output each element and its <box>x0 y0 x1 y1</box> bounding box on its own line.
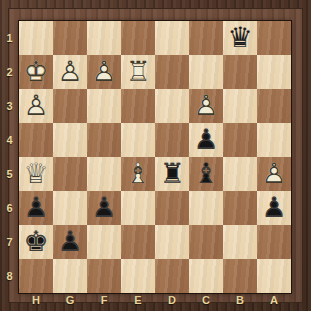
square-d3[interactable] <box>155 89 189 123</box>
piece-glyph-outline: ♗ <box>189 157 223 191</box>
piece-glyph-outline: ♙ <box>257 191 291 225</box>
square-h7[interactable]: ♚♔ <box>19 225 53 259</box>
white-pawn[interactable]: ♟♙ <box>257 157 291 191</box>
black-rook[interactable]: ♜♖ <box>155 157 189 191</box>
square-a5[interactable]: ♟♙ <box>257 157 291 191</box>
square-e8[interactable] <box>121 259 155 293</box>
piece-glyph-outline: ♕ <box>19 157 53 191</box>
square-e6[interactable] <box>121 191 155 225</box>
square-d4[interactable] <box>155 123 189 157</box>
square-e7[interactable] <box>121 225 155 259</box>
square-f5[interactable] <box>87 157 121 191</box>
square-c2[interactable] <box>189 55 223 89</box>
square-f6[interactable]: ♟♙ <box>87 191 121 225</box>
file-label-a: A <box>257 292 291 307</box>
piece-glyph-outline: ♙ <box>189 123 223 157</box>
piece-glyph-outline: ♙ <box>257 157 291 191</box>
rank-label-6: 6 <box>0 191 19 225</box>
square-e5[interactable]: ♝♗ <box>121 157 155 191</box>
square-h3[interactable]: ♟♙ <box>19 89 53 123</box>
square-b5[interactable] <box>223 157 257 191</box>
square-e3[interactable] <box>121 89 155 123</box>
square-a3[interactable] <box>257 89 291 123</box>
black-pawn[interactable]: ♟♙ <box>19 191 53 225</box>
square-g2[interactable]: ♟♙ <box>53 55 87 89</box>
piece-glyph-outline: ♔ <box>19 225 53 259</box>
square-f4[interactable] <box>87 123 121 157</box>
square-a2[interactable] <box>257 55 291 89</box>
square-e1[interactable] <box>121 21 155 55</box>
square-a7[interactable] <box>257 225 291 259</box>
black-queen[interactable]: ♛♕ <box>223 21 257 55</box>
square-g8[interactable] <box>53 259 87 293</box>
square-f8[interactable] <box>87 259 121 293</box>
file-label-d: D <box>155 292 189 307</box>
white-king[interactable]: ♚♔ <box>19 55 53 89</box>
square-d7[interactable] <box>155 225 189 259</box>
file-label-c: C <box>189 292 223 307</box>
rank-label-3: 3 <box>0 89 19 123</box>
square-h1[interactable] <box>19 21 53 55</box>
square-c6[interactable] <box>189 191 223 225</box>
piece-glyph-outline: ♙ <box>53 55 87 89</box>
white-rook[interactable]: ♜♖ <box>121 55 155 89</box>
square-g5[interactable] <box>53 157 87 191</box>
piece-glyph-outline: ♙ <box>53 225 87 259</box>
white-pawn[interactable]: ♟♙ <box>53 55 87 89</box>
rank-label-8: 8 <box>0 259 19 293</box>
square-c1[interactable] <box>189 21 223 55</box>
square-a4[interactable] <box>257 123 291 157</box>
piece-glyph-outline: ♖ <box>121 55 155 89</box>
square-h2[interactable]: ♚♔ <box>19 55 53 89</box>
square-h4[interactable] <box>19 123 53 157</box>
square-b2[interactable] <box>223 55 257 89</box>
square-d8[interactable] <box>155 259 189 293</box>
square-h5[interactable]: ♛♕ <box>19 157 53 191</box>
black-pawn[interactable]: ♟♙ <box>257 191 291 225</box>
file-label-g: G <box>53 292 87 307</box>
square-c7[interactable] <box>189 225 223 259</box>
square-c3[interactable]: ♟♙ <box>189 89 223 123</box>
black-pawn[interactable]: ♟♙ <box>53 225 87 259</box>
square-d2[interactable] <box>155 55 189 89</box>
black-pawn[interactable]: ♟♙ <box>189 123 223 157</box>
piece-glyph-outline: ♙ <box>87 191 121 225</box>
white-pawn[interactable]: ♟♙ <box>19 89 53 123</box>
square-h6[interactable]: ♟♙ <box>19 191 53 225</box>
white-queen[interactable]: ♛♕ <box>19 157 53 191</box>
square-b7[interactable] <box>223 225 257 259</box>
square-b1[interactable]: ♛♕ <box>223 21 257 55</box>
piece-glyph-outline: ♙ <box>19 191 53 225</box>
square-a8[interactable] <box>257 259 291 293</box>
rank-label-2: 2 <box>0 55 19 89</box>
file-label-f: F <box>87 292 121 307</box>
rank-label-5: 5 <box>0 157 19 191</box>
white-pawn[interactable]: ♟♙ <box>87 55 121 89</box>
square-e2[interactable]: ♜♖ <box>121 55 155 89</box>
file-label-h: H <box>19 292 53 307</box>
chess-board[interactable]: ♛♕♚♔♟♙♟♙♜♖♟♙♟♙♟♙♛♕♝♗♜♖♝♗♟♙♟♙♟♙♟♙♚♔♟♙ <box>19 21 291 293</box>
black-king[interactable]: ♚♔ <box>19 225 53 259</box>
chess-diagram: 12345678 HGFEDCBA ♛♕♚♔♟♙♟♙♜♖♟♙♟♙♟♙♛♕♝♗♜♖… <box>0 0 311 311</box>
square-g3[interactable] <box>53 89 87 123</box>
square-f1[interactable] <box>87 21 121 55</box>
square-g1[interactable] <box>53 21 87 55</box>
square-c4[interactable]: ♟♙ <box>189 123 223 157</box>
square-a6[interactable]: ♟♙ <box>257 191 291 225</box>
file-label-b: B <box>223 292 257 307</box>
square-c8[interactable] <box>189 259 223 293</box>
square-f3[interactable] <box>87 89 121 123</box>
file-label-e: E <box>121 292 155 307</box>
square-g4[interactable] <box>53 123 87 157</box>
square-c5[interactable]: ♝♗ <box>189 157 223 191</box>
square-f7[interactable] <box>87 225 121 259</box>
white-bishop[interactable]: ♝♗ <box>121 157 155 191</box>
piece-glyph-outline: ♔ <box>19 55 53 89</box>
square-d6[interactable] <box>155 191 189 225</box>
piece-glyph-outline: ♙ <box>87 55 121 89</box>
piece-glyph-outline: ♙ <box>19 89 53 123</box>
square-g6[interactable] <box>53 191 87 225</box>
white-pawn[interactable]: ♟♙ <box>189 89 223 123</box>
rank-label-4: 4 <box>0 123 19 157</box>
piece-glyph-outline: ♕ <box>223 21 257 55</box>
rank-label-7: 7 <box>0 225 19 259</box>
piece-glyph-outline: ♖ <box>155 157 189 191</box>
square-d1[interactable] <box>155 21 189 55</box>
square-h8[interactable] <box>19 259 53 293</box>
piece-glyph-outline: ♗ <box>121 157 155 191</box>
square-d5[interactable]: ♜♖ <box>155 157 189 191</box>
square-g7[interactable]: ♟♙ <box>53 225 87 259</box>
square-b4[interactable] <box>223 123 257 157</box>
piece-glyph-outline: ♙ <box>189 89 223 123</box>
square-b6[interactable] <box>223 191 257 225</box>
square-a1[interactable] <box>257 21 291 55</box>
square-e4[interactable] <box>121 123 155 157</box>
square-f2[interactable]: ♟♙ <box>87 55 121 89</box>
square-b8[interactable] <box>223 259 257 293</box>
square-b3[interactable] <box>223 89 257 123</box>
rank-label-1: 1 <box>0 21 19 55</box>
black-bishop[interactable]: ♝♗ <box>189 157 223 191</box>
black-pawn[interactable]: ♟♙ <box>87 191 121 225</box>
